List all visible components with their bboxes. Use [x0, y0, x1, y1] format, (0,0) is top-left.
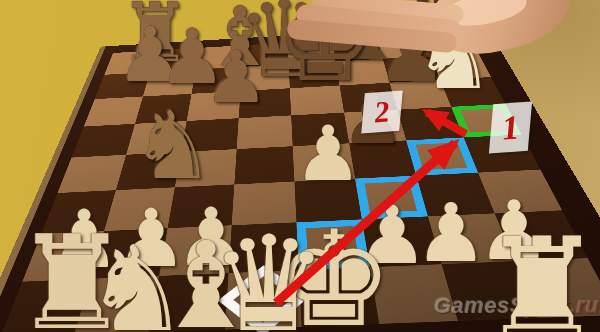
- piece-white-n-h7[interactable]: ♞: [414, 12, 495, 102]
- piece-white-n-b1[interactable]: ♞: [84, 230, 190, 332]
- move-label-1: 1: [489, 101, 532, 153]
- piece-black-n-b4[interactable]: ♞: [131, 99, 215, 193]
- piece-white-r-h1[interactable]: ♜: [480, 220, 600, 332]
- piece-white-q-d1[interactable]: ♛: [210, 218, 328, 332]
- move-label-2: 2: [361, 91, 402, 134]
- chess-game-scene: GamesSport.ru ♜♟♟♝♟♛♚♝♟♜♟♞♜♞♝♛♚♜♟♟♟♟♟♟♟♞…: [0, 0, 600, 332]
- move-label-2-text: 2: [373, 94, 391, 129]
- piece-white-p-e4[interactable]: ♟: [294, 116, 362, 192]
- pieces-layer: ♜♟♟♝♟♛♚♝♟♜♟♞♜♞♝♛♚♜♟♟♟♟♟♟♟♞: [0, 0, 600, 332]
- move-label-1-text: 1: [500, 108, 520, 148]
